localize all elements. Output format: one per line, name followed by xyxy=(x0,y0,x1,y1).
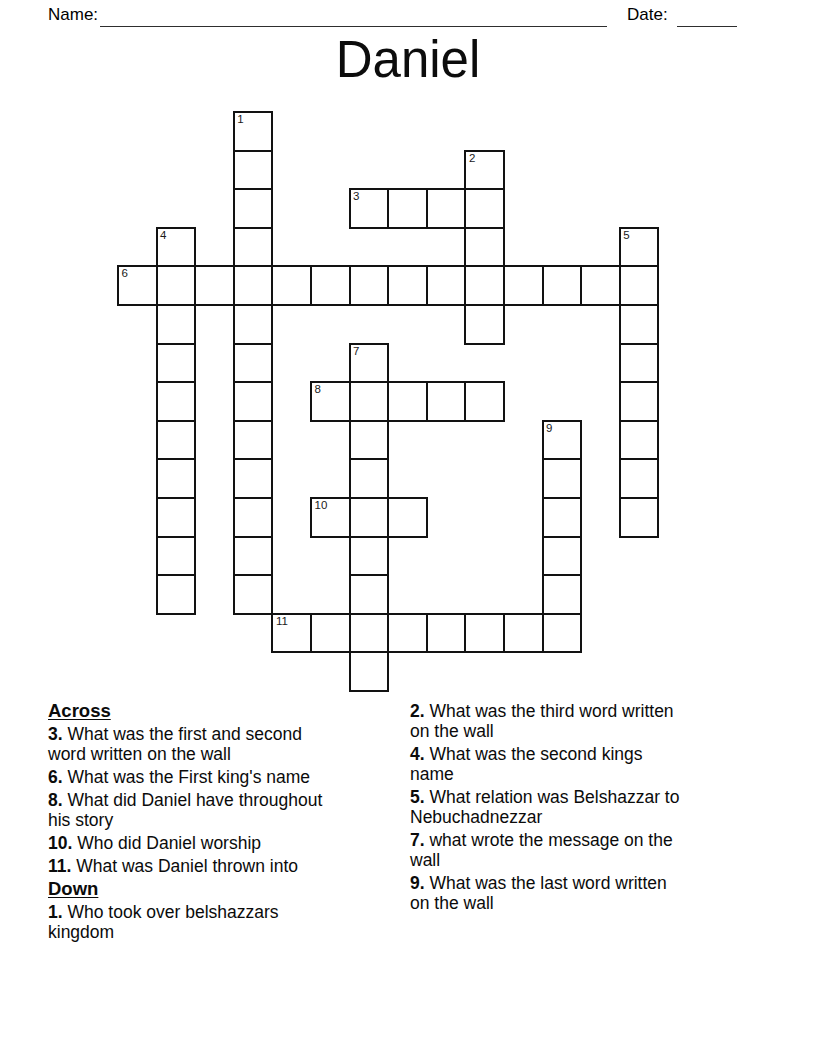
crossword-worksheet: { "game": "crossword", "title": "Daniel"… xyxy=(0,0,816,1056)
grid-cell[interactable]: 10 xyxy=(310,497,351,538)
clue-number-label: 1. xyxy=(48,902,63,922)
down-heading: Down xyxy=(48,879,402,899)
clue-number: 8 xyxy=(315,383,321,396)
grid-cell[interactable] xyxy=(426,265,467,306)
clue-number-label: 5. xyxy=(410,787,425,807)
grid-cell[interactable] xyxy=(349,613,390,654)
date-label: Date: xyxy=(627,5,668,25)
grid-cell[interactable] xyxy=(233,420,274,461)
grid-cell[interactable] xyxy=(464,304,505,345)
clue-text: What did Daniel have throughout his stor… xyxy=(48,790,322,830)
grid-cell[interactable] xyxy=(387,381,428,422)
grid-cell[interactable] xyxy=(349,458,390,499)
grid-cell[interactable]: 4 xyxy=(156,227,197,268)
clue-down-4: 4. What was the second kings name xyxy=(410,744,754,784)
grid-cell[interactable] xyxy=(619,304,660,345)
clue-text: What was the first and second word writt… xyxy=(48,724,302,764)
grid-cell[interactable] xyxy=(233,227,274,268)
grid-cell[interactable]: 3 xyxy=(349,188,390,229)
grid-cell[interactable] xyxy=(156,265,197,306)
grid-cell[interactable]: 5 xyxy=(619,227,660,268)
clue-across-10: 10. Who did Daniel worship xyxy=(48,833,402,853)
clue-across-8: 8. What did Daniel have throughout his s… xyxy=(48,790,402,830)
grid-cell[interactable] xyxy=(310,265,351,306)
clue-number-label: 8. xyxy=(48,790,63,810)
clue-down-5: 5. What relation was Belshazzar to Nebuc… xyxy=(410,787,754,827)
grid-cell[interactable] xyxy=(619,265,660,306)
grid-cell[interactable] xyxy=(156,497,197,538)
clue-number: 2 xyxy=(469,152,475,165)
grid-cell[interactable] xyxy=(464,265,505,306)
grid-cell[interactable] xyxy=(310,613,351,654)
clues-right-column: 2. What was the third word written on th… xyxy=(410,701,754,916)
grid-cell[interactable]: 7 xyxy=(349,343,390,384)
grid-cell[interactable] xyxy=(233,188,274,229)
grid-cell[interactable]: 11 xyxy=(271,613,312,654)
grid-cell[interactable] xyxy=(387,497,428,538)
clue-text: What was Daniel thrown into xyxy=(76,856,298,876)
grid-cell[interactable] xyxy=(349,497,390,538)
grid-cell[interactable] xyxy=(349,536,390,577)
grid-cell[interactable] xyxy=(233,343,274,384)
name-blank-line xyxy=(100,9,607,27)
clue-text: what wrote the message on the wall xyxy=(410,830,673,870)
clue-text: What was the third word written on the w… xyxy=(410,701,674,741)
clue-number: 6 xyxy=(122,267,128,280)
clue-across-3: 3. What was the first and second word wr… xyxy=(48,724,402,764)
grid-cell[interactable] xyxy=(542,458,583,499)
grid-cell[interactable] xyxy=(426,613,467,654)
grid-cell[interactable] xyxy=(464,381,505,422)
clue-number-label: 10. xyxy=(48,833,72,853)
grid-cell[interactable] xyxy=(156,343,197,384)
grid-cell[interactable] xyxy=(194,265,235,306)
name-label: Name: xyxy=(48,5,98,25)
grid-cell[interactable] xyxy=(426,381,467,422)
clue-text: What was the First king's name xyxy=(67,767,310,787)
grid-cell[interactable] xyxy=(233,265,274,306)
clue-number: 3 xyxy=(353,190,359,203)
grid-cell[interactable]: 8 xyxy=(310,381,351,422)
grid-cell[interactable] xyxy=(156,574,197,615)
grid-cell[interactable] xyxy=(503,265,544,306)
grid-cell[interactable] xyxy=(464,613,505,654)
grid-cell[interactable] xyxy=(349,651,390,692)
grid-cell[interactable] xyxy=(349,574,390,615)
clue-number: 7 xyxy=(353,345,359,358)
grid-cell[interactable] xyxy=(156,304,197,345)
grid-cell[interactable]: 1 xyxy=(233,111,274,152)
clue-number-label: 4. xyxy=(410,744,425,764)
grid-cell[interactable] xyxy=(156,458,197,499)
clue-down-7: 7. what wrote the message on the wall xyxy=(410,830,754,870)
clue-number: 10 xyxy=(315,499,328,512)
grid-cell[interactable]: 9 xyxy=(542,420,583,461)
clue-number: 5 xyxy=(623,229,629,242)
clue-down-9: 9. What was the last word written on the… xyxy=(410,873,754,913)
grid-cell[interactable] xyxy=(156,536,197,577)
clue-number: 9 xyxy=(546,422,552,435)
clue-number-label: 11. xyxy=(48,856,71,876)
puzzle-title: Daniel xyxy=(0,31,816,89)
grid-cell[interactable]: 6 xyxy=(117,265,158,306)
grid-cell[interactable] xyxy=(233,381,274,422)
grid-cell[interactable] xyxy=(542,265,583,306)
clue-text: What was the last word written on the wa… xyxy=(410,873,667,913)
grid-cell[interactable] xyxy=(387,188,428,229)
grid-cell[interactable] xyxy=(619,420,660,461)
grid-cell[interactable] xyxy=(542,536,583,577)
clue-number-label: 6. xyxy=(48,767,63,787)
grid-cell[interactable] xyxy=(503,613,544,654)
clue-across-11: 11. What was Daniel thrown into xyxy=(48,856,402,876)
clue-text: Who took over belshazzars kingdom xyxy=(48,902,279,942)
worksheet-page: Name: Date: Daniel 1234567891011 Across … xyxy=(0,0,816,1056)
grid-cell[interactable] xyxy=(349,265,390,306)
clue-number: 1 xyxy=(237,113,243,126)
grid-cell[interactable] xyxy=(542,613,583,654)
grid-cell[interactable]: 2 xyxy=(464,150,505,191)
clue-number: 11 xyxy=(276,615,288,628)
clues-left-column: Across 3. What was the first and second … xyxy=(48,701,402,945)
clue-text: What was the second kings name xyxy=(410,744,643,784)
clue-down-2: 2. What was the third word written on th… xyxy=(410,701,754,741)
grid-cell[interactable] xyxy=(156,381,197,422)
grid-cell[interactable] xyxy=(233,150,274,191)
clue-across-6: 6. What was the First king's name xyxy=(48,767,402,787)
grid-cell[interactable] xyxy=(387,265,428,306)
clue-down-1: 1. Who took over belshazzars kingdom xyxy=(48,902,402,942)
grid-cell[interactable] xyxy=(233,497,274,538)
grid-cell[interactable] xyxy=(464,188,505,229)
clue-number-label: 7. xyxy=(410,830,425,850)
clue-text: Who did Daniel worship xyxy=(77,833,261,853)
clue-text: What relation was Belshazzar to Nebuchad… xyxy=(410,787,679,827)
grid-cell[interactable] xyxy=(233,536,274,577)
grid-cell[interactable] xyxy=(271,265,312,306)
grid-cell[interactable] xyxy=(349,420,390,461)
grid-cell[interactable] xyxy=(619,381,660,422)
clue-number-label: 9. xyxy=(410,873,425,893)
grid-cell[interactable] xyxy=(349,381,390,422)
grid-cell[interactable] xyxy=(233,304,274,345)
clue-number-label: 2. xyxy=(410,701,425,721)
clue-number: 4 xyxy=(160,229,166,242)
grid-cell[interactable] xyxy=(619,458,660,499)
grid-cell[interactable] xyxy=(464,227,505,268)
grid-cell[interactable] xyxy=(233,574,274,615)
across-heading: Across xyxy=(48,701,402,721)
grid-cell[interactable] xyxy=(542,574,583,615)
grid-cell[interactable] xyxy=(580,265,621,306)
grid-cell[interactable] xyxy=(542,497,583,538)
worksheet-header: Name: Date: xyxy=(48,5,768,29)
grid-cell[interactable] xyxy=(426,188,467,229)
date-blank-line xyxy=(677,9,737,27)
clue-number-label: 3. xyxy=(48,724,63,744)
grid-cell[interactable] xyxy=(233,458,274,499)
grid-cell[interactable] xyxy=(619,497,660,538)
grid-cell[interactable] xyxy=(619,343,660,384)
grid-cell[interactable] xyxy=(387,613,428,654)
crossword-grid: 1234567891011 xyxy=(117,111,662,694)
grid-cell[interactable] xyxy=(156,420,197,461)
